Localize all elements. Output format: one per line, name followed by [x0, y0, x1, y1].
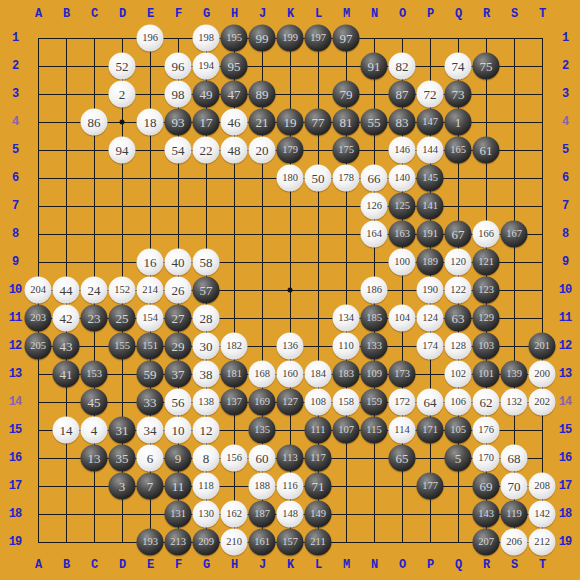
stone-move-number: 169 — [254, 397, 270, 408]
stone-black-L16[interactable]: 117 — [305, 445, 332, 472]
stone-black-R2[interactable]: 75 — [473, 53, 500, 80]
stone-black-O4[interactable]: 83 — [389, 109, 416, 136]
stone-black-Q5[interactable]: 165 — [445, 137, 472, 164]
column-label-bottom-E: E — [147, 558, 153, 572]
stone-white-P12[interactable]: 174 — [417, 333, 444, 360]
stone-move-number: 67 — [452, 228, 465, 241]
stone-move-number: 16 — [144, 256, 157, 269]
stone-white-E15[interactable]: 34 — [137, 417, 164, 444]
stone-white-P11[interactable]: 124 — [417, 305, 444, 332]
stone-black-J18[interactable]: 187 — [249, 501, 276, 528]
stone-white-J17[interactable]: 188 — [249, 473, 276, 500]
stone-black-D15[interactable]: 31 — [109, 417, 136, 444]
column-label-bottom-H: H — [231, 558, 237, 572]
stone-black-J1[interactable]: 99 — [249, 25, 276, 52]
stone-black-P17[interactable]: 177 — [417, 473, 444, 500]
stone-move-number: 68 — [508, 452, 521, 465]
stone-move-number: 156 — [226, 453, 242, 464]
stone-black-F18[interactable]: 131 — [165, 501, 192, 528]
stone-white-S19[interactable]: 206 — [501, 529, 528, 556]
stone-move-number: 139 — [506, 369, 522, 380]
stone-black-F17[interactable]: 11 — [165, 473, 192, 500]
stone-move-number: 200 — [534, 369, 550, 380]
star-point-K10 — [288, 288, 293, 293]
stone-white-G18[interactable]: 130 — [193, 501, 220, 528]
stone-black-P4[interactable]: 147 — [417, 109, 444, 136]
stone-white-Q12[interactable]: 128 — [445, 333, 472, 360]
stone-black-D11[interactable]: 25 — [109, 305, 136, 332]
stone-black-R18[interactable]: 143 — [473, 501, 500, 528]
stone-white-E1[interactable]: 196 — [137, 25, 164, 52]
stone-white-F2[interactable]: 96 — [165, 53, 192, 80]
stone-move-number: 41 — [60, 368, 73, 381]
stone-move-number: 152 — [114, 285, 130, 296]
stone-white-B11[interactable]: 42 — [53, 305, 80, 332]
stone-white-P10[interactable]: 190 — [417, 277, 444, 304]
stone-move-number: 3 — [119, 480, 126, 493]
stone-black-N13[interactable]: 109 — [361, 361, 388, 388]
stone-black-L19[interactable]: 211 — [305, 529, 332, 556]
column-label-bottom-B: B — [63, 558, 69, 572]
stone-white-L6[interactable]: 50 — [305, 165, 332, 192]
stone-move-number: 185 — [366, 313, 382, 324]
stone-move-number: 45 — [88, 396, 101, 409]
stone-move-number: 11 — [172, 480, 185, 493]
stone-white-O15[interactable]: 114 — [389, 417, 416, 444]
stone-white-F15[interactable]: 10 — [165, 417, 192, 444]
stone-move-number: 161 — [254, 537, 270, 548]
stone-black-Q4[interactable]: 1 — [445, 109, 472, 136]
stone-black-Q8[interactable]: 67 — [445, 221, 472, 248]
stone-white-R15[interactable]: 176 — [473, 417, 500, 444]
stone-black-N14[interactable]: 159 — [361, 389, 388, 416]
stone-black-M13[interactable]: 183 — [333, 361, 360, 388]
row-label-left-9: 9 — [12, 255, 18, 269]
stone-black-E14[interactable]: 33 — [137, 389, 164, 416]
stone-white-P14[interactable]: 64 — [417, 389, 444, 416]
stone-black-K5[interactable]: 179 — [277, 137, 304, 164]
stone-black-B13[interactable]: 41 — [53, 361, 80, 388]
stone-move-number: 73 — [452, 88, 465, 101]
stone-white-C4[interactable]: 86 — [81, 109, 108, 136]
stone-white-F9[interactable]: 40 — [165, 249, 192, 276]
stone-black-D12[interactable]: 155 — [109, 333, 136, 360]
stone-move-number: 145 — [422, 173, 438, 184]
stone-black-P9[interactable]: 189 — [417, 249, 444, 276]
stone-black-L4[interactable]: 77 — [305, 109, 332, 136]
stone-black-J4[interactable]: 21 — [249, 109, 276, 136]
stone-move-number: 162 — [226, 509, 242, 520]
stone-move-number: 26 — [172, 284, 185, 297]
stone-white-O9[interactable]: 100 — [389, 249, 416, 276]
stone-move-number: 77 — [312, 116, 325, 129]
stone-black-R9[interactable]: 121 — [473, 249, 500, 276]
stone-black-E19[interactable]: 193 — [137, 529, 164, 556]
stone-move-number: 25 — [116, 312, 129, 325]
stone-white-L13[interactable]: 184 — [305, 361, 332, 388]
stone-white-E9[interactable]: 16 — [137, 249, 164, 276]
stone-white-O6[interactable]: 140 — [389, 165, 416, 192]
stone-white-P5[interactable]: 144 — [417, 137, 444, 164]
stone-move-number: 95 — [228, 60, 241, 73]
stone-black-F13[interactable]: 37 — [165, 361, 192, 388]
stone-move-number: 42 — [60, 312, 73, 325]
stone-white-N10[interactable]: 186 — [361, 277, 388, 304]
stone-white-Q2[interactable]: 74 — [445, 53, 472, 80]
stone-white-F14[interactable]: 56 — [165, 389, 192, 416]
stone-black-N15[interactable]: 115 — [361, 417, 388, 444]
stone-white-H4[interactable]: 46 — [221, 109, 248, 136]
stone-black-M5[interactable]: 175 — [333, 137, 360, 164]
stone-move-number: 184 — [310, 369, 326, 380]
stone-white-D3[interactable]: 2 — [109, 81, 136, 108]
stone-black-F16[interactable]: 9 — [165, 445, 192, 472]
stone-black-J15[interactable]: 135 — [249, 417, 276, 444]
column-label-top-S: S — [511, 7, 517, 21]
stone-white-Q9[interactable]: 120 — [445, 249, 472, 276]
stone-black-H2[interactable]: 95 — [221, 53, 248, 80]
stone-move-number: 54 — [172, 144, 185, 157]
column-label-top-L: L — [315, 7, 321, 21]
stone-black-Q15[interactable]: 105 — [445, 417, 472, 444]
column-label-bottom-T: T — [539, 558, 545, 572]
stone-move-number: 23 — [88, 312, 101, 325]
stone-move-number: 101 — [478, 369, 494, 380]
stone-white-T14[interactable]: 202 — [529, 389, 556, 416]
stone-white-K17[interactable]: 116 — [277, 473, 304, 500]
stone-white-C15[interactable]: 4 — [81, 417, 108, 444]
stone-black-K14[interactable]: 127 — [277, 389, 304, 416]
stone-black-L17[interactable]: 71 — [305, 473, 332, 500]
stone-move-number: 120 — [450, 257, 466, 268]
stone-black-O8[interactable]: 163 — [389, 221, 416, 248]
stone-black-C16[interactable]: 13 — [81, 445, 108, 472]
stone-move-number: 118 — [198, 481, 213, 492]
stone-move-number: 8 — [203, 452, 210, 465]
stone-black-L18[interactable]: 149 — [305, 501, 332, 528]
stone-black-N2[interactable]: 91 — [361, 53, 388, 80]
stone-black-S18[interactable]: 119 — [501, 501, 528, 528]
stone-move-number: 133 — [366, 341, 382, 352]
row-label-right-2: 2 — [562, 59, 568, 73]
stone-white-E4[interactable]: 18 — [137, 109, 164, 136]
stone-white-N7[interactable]: 126 — [361, 193, 388, 220]
stone-black-Q16[interactable]: 5 — [445, 445, 472, 472]
go-board[interactable]: AABBCCDDEEFFGGHHJJKKLLMMNNOOPPQQRRSSTT11… — [0, 0, 580, 580]
stone-white-T17[interactable]: 208 — [529, 473, 556, 500]
stone-move-number: 128 — [450, 341, 466, 352]
stone-move-number: 81 — [340, 116, 353, 129]
stone-white-Q13[interactable]: 102 — [445, 361, 472, 388]
stone-black-N11[interactable]: 185 — [361, 305, 388, 332]
stone-move-number: 197 — [310, 33, 326, 44]
stone-move-number: 70 — [508, 480, 521, 493]
stone-white-J16[interactable]: 60 — [249, 445, 276, 472]
stone-move-number: 71 — [312, 480, 325, 493]
stone-black-R11[interactable]: 129 — [473, 305, 500, 332]
stone-move-number: 59 — [144, 368, 157, 381]
stone-white-H16[interactable]: 156 — [221, 445, 248, 472]
stone-move-number: 183 — [338, 369, 354, 380]
row-label-left-3: 3 — [12, 87, 18, 101]
stone-white-C10[interactable]: 24 — [81, 277, 108, 304]
stone-move-number: 110 — [338, 341, 353, 352]
stone-white-E16[interactable]: 6 — [137, 445, 164, 472]
stone-black-O13[interactable]: 173 — [389, 361, 416, 388]
stone-black-M3[interactable]: 79 — [333, 81, 360, 108]
row-label-left-5: 5 — [12, 143, 18, 157]
stone-white-A10[interactable]: 204 — [25, 277, 52, 304]
stone-black-A12[interactable]: 205 — [25, 333, 52, 360]
row-label-left-13: 13 — [9, 367, 21, 381]
stone-black-H3[interactable]: 47 — [221, 81, 248, 108]
stone-white-Q14[interactable]: 106 — [445, 389, 472, 416]
stone-move-number: 79 — [340, 88, 353, 101]
stone-white-D2[interactable]: 52 — [109, 53, 136, 80]
stone-black-D16[interactable]: 35 — [109, 445, 136, 472]
stone-black-H14[interactable]: 137 — [221, 389, 248, 416]
stone-white-O11[interactable]: 104 — [389, 305, 416, 332]
stone-black-S8[interactable]: 167 — [501, 221, 528, 248]
column-label-bottom-O: O — [399, 558, 405, 572]
stone-black-D17[interactable]: 3 — [109, 473, 136, 500]
stone-black-R19[interactable]: 207 — [473, 529, 500, 556]
stone-black-R13[interactable]: 101 — [473, 361, 500, 388]
stone-white-D10[interactable]: 152 — [109, 277, 136, 304]
stone-white-R14[interactable]: 62 — [473, 389, 500, 416]
stone-move-number: 57 — [200, 284, 213, 297]
stone-white-S16[interactable]: 68 — [501, 445, 528, 472]
stone-move-number: 114 — [394, 425, 409, 436]
stone-black-N12[interactable]: 133 — [361, 333, 388, 360]
stone-black-G3[interactable]: 49 — [193, 81, 220, 108]
stone-white-J5[interactable]: 20 — [249, 137, 276, 164]
stone-white-S17[interactable]: 70 — [501, 473, 528, 500]
stone-black-J19[interactable]: 161 — [249, 529, 276, 556]
stone-black-Q3[interactable]: 73 — [445, 81, 472, 108]
row-label-left-16: 16 — [9, 451, 21, 465]
stone-black-R12[interactable]: 103 — [473, 333, 500, 360]
stone-move-number: 159 — [366, 397, 382, 408]
column-label-bottom-M: M — [343, 558, 349, 572]
stone-white-G12[interactable]: 30 — [193, 333, 220, 360]
stone-move-number: 21 — [256, 116, 269, 129]
stone-white-O2[interactable]: 82 — [389, 53, 416, 80]
stone-black-B12[interactable]: 43 — [53, 333, 80, 360]
row-label-right-3: 3 — [562, 87, 568, 101]
stone-move-number: 122 — [450, 285, 466, 296]
stone-move-number: 141 — [422, 201, 438, 212]
stone-move-number: 151 — [142, 341, 158, 352]
stone-white-T18[interactable]: 142 — [529, 501, 556, 528]
stone-white-G9[interactable]: 58 — [193, 249, 220, 276]
stone-white-E11[interactable]: 154 — [137, 305, 164, 332]
stone-white-E10[interactable]: 214 — [137, 277, 164, 304]
stone-white-G14[interactable]: 138 — [193, 389, 220, 416]
stone-black-J3[interactable]: 89 — [249, 81, 276, 108]
stone-black-F12[interactable]: 29 — [165, 333, 192, 360]
stone-black-F19[interactable]: 213 — [165, 529, 192, 556]
stone-white-H19[interactable]: 210 — [221, 529, 248, 556]
row-label-right-6: 6 — [562, 171, 568, 185]
stone-move-number: 65 — [396, 452, 409, 465]
stone-white-M12[interactable]: 110 — [333, 333, 360, 360]
row-label-right-10: 10 — [559, 283, 571, 297]
row-label-left-2: 2 — [12, 59, 18, 73]
stone-move-number: 189 — [422, 257, 438, 268]
stone-black-S13[interactable]: 139 — [501, 361, 528, 388]
stone-white-T13[interactable]: 200 — [529, 361, 556, 388]
stone-black-E12[interactable]: 151 — [137, 333, 164, 360]
stone-black-O3[interactable]: 87 — [389, 81, 416, 108]
stone-black-T12[interactable]: 201 — [529, 333, 556, 360]
stone-white-G1[interactable]: 198 — [193, 25, 220, 52]
stone-black-L15[interactable]: 111 — [305, 417, 332, 444]
row-label-left-8: 8 — [12, 227, 18, 241]
stone-black-M4[interactable]: 81 — [333, 109, 360, 136]
stone-black-G4[interactable]: 17 — [193, 109, 220, 136]
stone-black-C13[interactable]: 153 — [81, 361, 108, 388]
stone-move-number: 207 — [478, 537, 494, 548]
stone-black-P8[interactable]: 191 — [417, 221, 444, 248]
stone-white-T19[interactable]: 212 — [529, 529, 556, 556]
stone-white-R8[interactable]: 166 — [473, 221, 500, 248]
row-label-right-9: 9 — [562, 255, 568, 269]
stone-white-G16[interactable]: 8 — [193, 445, 220, 472]
stone-white-G13[interactable]: 38 — [193, 361, 220, 388]
stone-move-number: 46 — [228, 116, 241, 129]
stone-move-number: 167 — [506, 229, 522, 240]
stone-white-H5[interactable]: 48 — [221, 137, 248, 164]
stone-black-H13[interactable]: 181 — [221, 361, 248, 388]
stone-move-number: 211 — [310, 537, 325, 548]
stone-white-H18[interactable]: 162 — [221, 501, 248, 528]
stone-black-H1[interactable]: 195 — [221, 25, 248, 52]
stone-move-number: 172 — [394, 397, 410, 408]
stone-black-C11[interactable]: 23 — [81, 305, 108, 332]
stone-move-number: 43 — [60, 340, 73, 353]
stone-white-M11[interactable]: 134 — [333, 305, 360, 332]
stone-white-F10[interactable]: 26 — [165, 277, 192, 304]
stone-white-Q10[interactable]: 122 — [445, 277, 472, 304]
stone-black-P6[interactable]: 145 — [417, 165, 444, 192]
stone-move-number: 115 — [366, 425, 381, 436]
stone-move-number: 93 — [172, 116, 185, 129]
stone-white-B10[interactable]: 44 — [53, 277, 80, 304]
go-app-window: AABBCCDDEEFFGGHHJJKKLLMMNNOOPPQQRRSSTT11… — [0, 0, 580, 580]
stone-white-M14[interactable]: 158 — [333, 389, 360, 416]
stone-white-O14[interactable]: 172 — [389, 389, 416, 416]
stone-black-A11[interactable]: 203 — [25, 305, 52, 332]
stone-white-S14[interactable]: 132 — [501, 389, 528, 416]
row-label-left-6: 6 — [12, 171, 18, 185]
row-label-right-19: 19 — [559, 535, 571, 549]
stone-white-G17[interactable]: 118 — [193, 473, 220, 500]
stone-black-M1[interactable]: 97 — [333, 25, 360, 52]
stone-black-O7[interactable]: 125 — [389, 193, 416, 220]
column-label-bottom-F: F — [175, 558, 181, 572]
column-label-top-T: T — [539, 7, 545, 21]
stone-black-R5[interactable]: 61 — [473, 137, 500, 164]
stone-white-L14[interactable]: 108 — [305, 389, 332, 416]
stone-black-C14[interactable]: 45 — [81, 389, 108, 416]
row-label-right-5: 5 — [562, 143, 568, 157]
column-label-top-E: E — [147, 7, 153, 21]
stone-white-M6[interactable]: 178 — [333, 165, 360, 192]
stone-black-R10[interactable]: 123 — [473, 277, 500, 304]
stone-white-K12[interactable]: 136 — [277, 333, 304, 360]
stone-white-B15[interactable]: 14 — [53, 417, 80, 444]
column-label-top-P: P — [427, 7, 433, 21]
stone-move-number: 37 — [172, 368, 185, 381]
stone-black-F4[interactable]: 93 — [165, 109, 192, 136]
stone-black-M15[interactable]: 107 — [333, 417, 360, 444]
stone-move-number: 108 — [310, 397, 326, 408]
stone-white-K13[interactable]: 160 — [277, 361, 304, 388]
stone-move-number: 83 — [396, 116, 409, 129]
stone-black-K16[interactable]: 113 — [277, 445, 304, 472]
stone-move-number: 173 — [394, 369, 410, 380]
stone-move-number: 7 — [147, 480, 154, 493]
stone-white-K6[interactable]: 180 — [277, 165, 304, 192]
stone-white-H12[interactable]: 182 — [221, 333, 248, 360]
stone-black-P15[interactable]: 171 — [417, 417, 444, 444]
stone-move-number: 179 — [282, 145, 298, 156]
stone-black-Q11[interactable]: 63 — [445, 305, 472, 332]
row-label-right-14: 14 — [559, 395, 571, 409]
stone-black-N4[interactable]: 55 — [361, 109, 388, 136]
stone-black-G19[interactable]: 209 — [193, 529, 220, 556]
stone-black-K19[interactable]: 157 — [277, 529, 304, 556]
stone-white-O5[interactable]: 146 — [389, 137, 416, 164]
stone-white-P3[interactable]: 72 — [417, 81, 444, 108]
stone-white-N8[interactable]: 164 — [361, 221, 388, 248]
stone-black-E17[interactable]: 7 — [137, 473, 164, 500]
stone-black-F11[interactable]: 27 — [165, 305, 192, 332]
stone-white-R16[interactable]: 170 — [473, 445, 500, 472]
stone-black-K4[interactable]: 19 — [277, 109, 304, 136]
stone-move-number: 102 — [450, 369, 466, 380]
stone-black-G10[interactable]: 57 — [193, 277, 220, 304]
column-label-top-K: K — [287, 7, 293, 21]
stone-black-K1[interactable]: 199 — [277, 25, 304, 52]
stone-black-P7[interactable]: 141 — [417, 193, 444, 220]
stone-white-G2[interactable]: 194 — [193, 53, 220, 80]
stone-move-number: 30 — [200, 340, 213, 353]
stone-move-number: 188 — [254, 481, 270, 492]
stone-black-R17[interactable]: 69 — [473, 473, 500, 500]
stone-white-J13[interactable]: 168 — [249, 361, 276, 388]
stone-white-F3[interactable]: 98 — [165, 81, 192, 108]
stone-white-N6[interactable]: 66 — [361, 165, 388, 192]
stone-black-L1[interactable]: 197 — [305, 25, 332, 52]
stone-white-G11[interactable]: 28 — [193, 305, 220, 332]
stone-black-O16[interactable]: 65 — [389, 445, 416, 472]
stone-white-G5[interactable]: 22 — [193, 137, 220, 164]
stone-move-number: 94 — [116, 144, 129, 157]
stone-black-E13[interactable]: 59 — [137, 361, 164, 388]
stone-move-number: 148 — [282, 509, 298, 520]
stone-black-J14[interactable]: 169 — [249, 389, 276, 416]
stone-move-number: 126 — [366, 201, 382, 212]
stone-white-D5[interactable]: 94 — [109, 137, 136, 164]
column-label-bottom-L: L — [315, 558, 321, 572]
stone-white-G15[interactable]: 12 — [193, 417, 220, 444]
stone-white-K18[interactable]: 148 — [277, 501, 304, 528]
column-label-top-N: N — [371, 7, 377, 21]
stone-move-number: 55 — [368, 116, 381, 129]
stone-white-F5[interactable]: 54 — [165, 137, 192, 164]
